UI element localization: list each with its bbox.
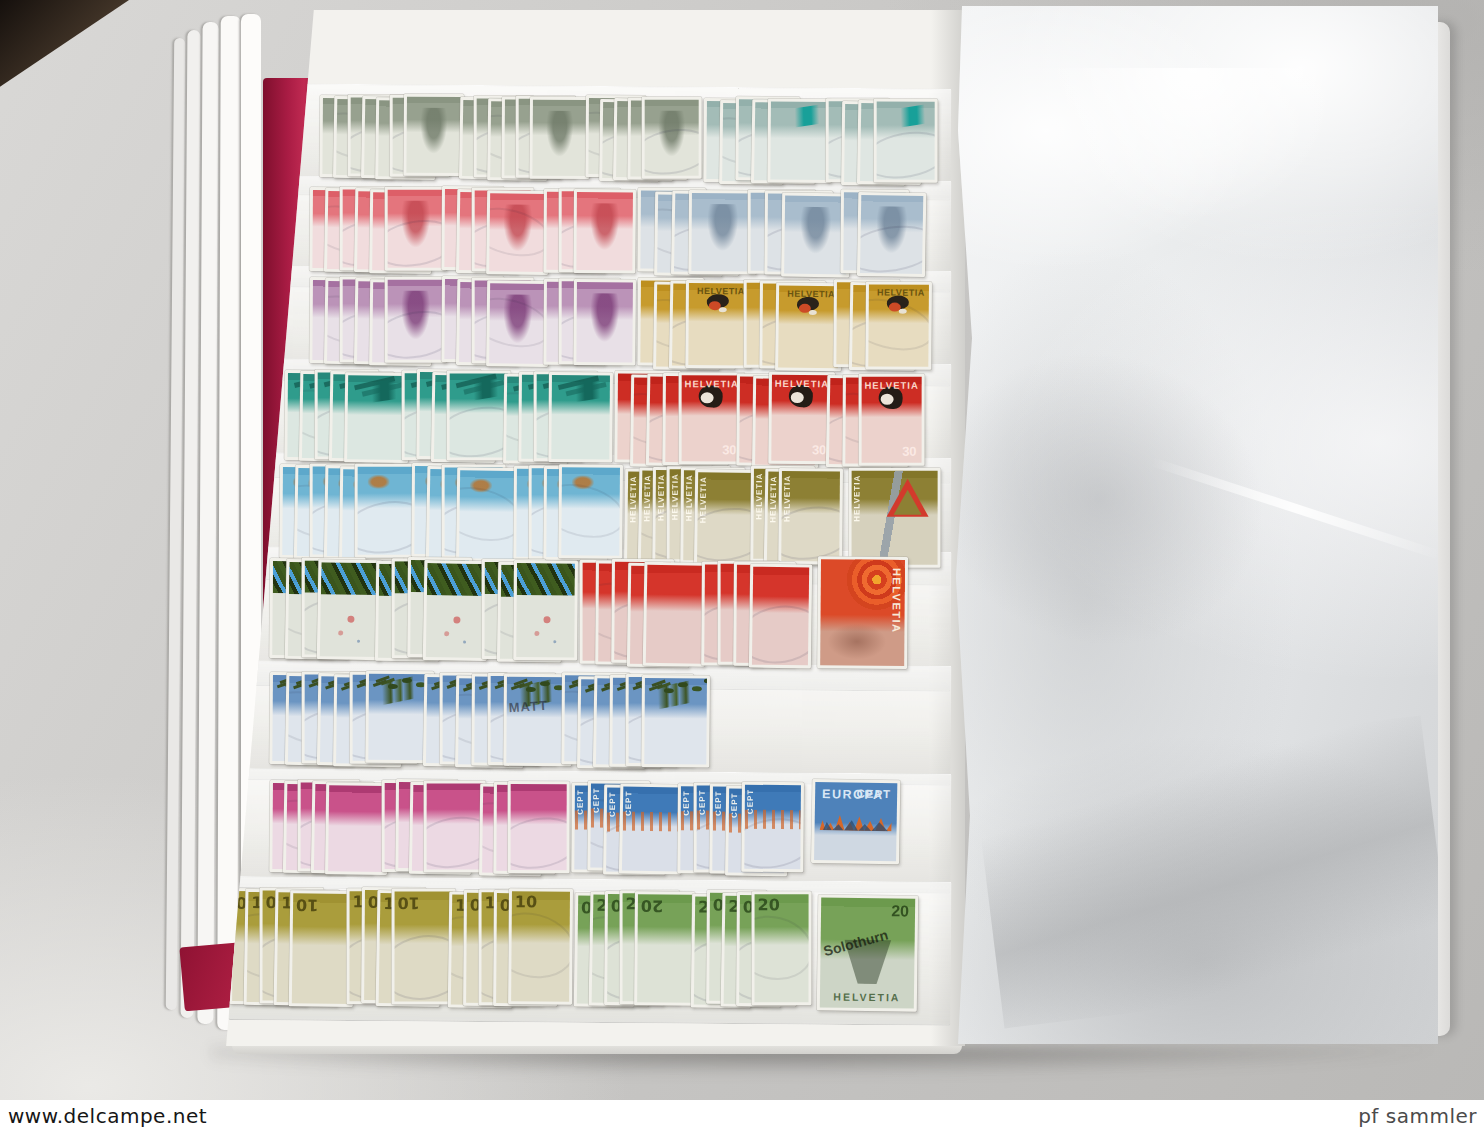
stamp [385, 187, 447, 271]
watermark-bar: www.delcampe.net pf sammler [0, 1100, 1484, 1131]
stamp [403, 94, 464, 176]
stamp [548, 372, 613, 462]
page-edge [197, 22, 218, 1024]
stamp [749, 564, 812, 669]
stamp [573, 279, 636, 365]
row-2 [309, 187, 926, 276]
stamp: 10 [391, 888, 455, 1004]
stamp [642, 97, 702, 179]
stamp-rows-layer: HELVETIAHELVETIAHELVETIAHELVETIA30HELVET… [225, 10, 965, 1046]
stamp [424, 780, 486, 872]
row-9: 1010101010101010101010101010202020202020… [229, 888, 918, 1009]
stamp [508, 781, 570, 873]
row-4: HELVETIA30HELVETIA30HELVETIA30 [284, 370, 925, 467]
stamp: HELVETIA30 [859, 374, 925, 466]
stamp: CEPT [619, 783, 682, 874]
stamp [874, 99, 938, 183]
stamp: HELVETIA30 [679, 372, 745, 464]
row-8: CEPTCEPTCEPTCEPTCEPTCEPTCEPTCEPTCEPTEURO… [269, 780, 900, 877]
crinkle-highlight [1017, 68, 1370, 248]
stamp [643, 562, 707, 667]
watermark-right: pf sammler [1358, 1104, 1477, 1128]
stamp [344, 372, 409, 463]
row-6: HELVETIA [269, 558, 908, 671]
stamp: 10 [289, 890, 355, 1007]
stockbook: HELVETIAHELVETIAHELVETIAHELVETIA30HELVET… [0, 0, 1484, 1131]
stamp: 20 [751, 891, 811, 1005]
stamp: 20SolothurnHELVETIA [817, 894, 919, 1011]
row-1 [319, 95, 938, 184]
stamp: 10 [508, 888, 573, 1004]
stamp [486, 190, 549, 275]
stamp: HELVETIA [685, 280, 752, 369]
stamp: EUROPACEPT [811, 779, 900, 864]
stamp: HELVETIA [775, 282, 842, 371]
stamp [456, 467, 521, 562]
watermark-left: www.delcampe.net [8, 1104, 207, 1128]
stamp: HELVETIA [849, 468, 941, 568]
stamp: HELVETIA [817, 556, 908, 669]
stamp [355, 464, 419, 558]
stamp: 20 [634, 891, 695, 1005]
stamp [857, 192, 926, 277]
row-7: MATT [269, 672, 710, 767]
crinkle-shadow [973, 716, 1452, 1029]
stamp [423, 560, 489, 661]
stamp [573, 189, 636, 273]
stamp: HELVETIA30 [768, 372, 835, 465]
glassine-interleaf [948, 6, 1438, 1044]
stamp [385, 277, 447, 363]
row-5: HELVETIAHELVETIAHELVETIAHELVETIAHELVETIA… [279, 464, 941, 569]
album-page: HELVETIAHELVETIAHELVETIAHELVETIA30HELVET… [225, 10, 965, 1046]
stamp: HELVETIA [865, 281, 932, 370]
stamp [447, 370, 511, 460]
page-edge [217, 16, 241, 1030]
stamp: HELVETIA [778, 468, 843, 564]
stamp [325, 782, 388, 875]
stamp: CEPT [741, 782, 804, 872]
stamp [317, 559, 383, 660]
stamp [767, 99, 832, 184]
row-3: HELVETIAHELVETIAHELVETIA [309, 277, 932, 370]
stamp [486, 280, 549, 367]
stamp [558, 464, 623, 558]
stamp [513, 560, 578, 660]
stamp [641, 675, 710, 768]
stamp [529, 97, 590, 179]
